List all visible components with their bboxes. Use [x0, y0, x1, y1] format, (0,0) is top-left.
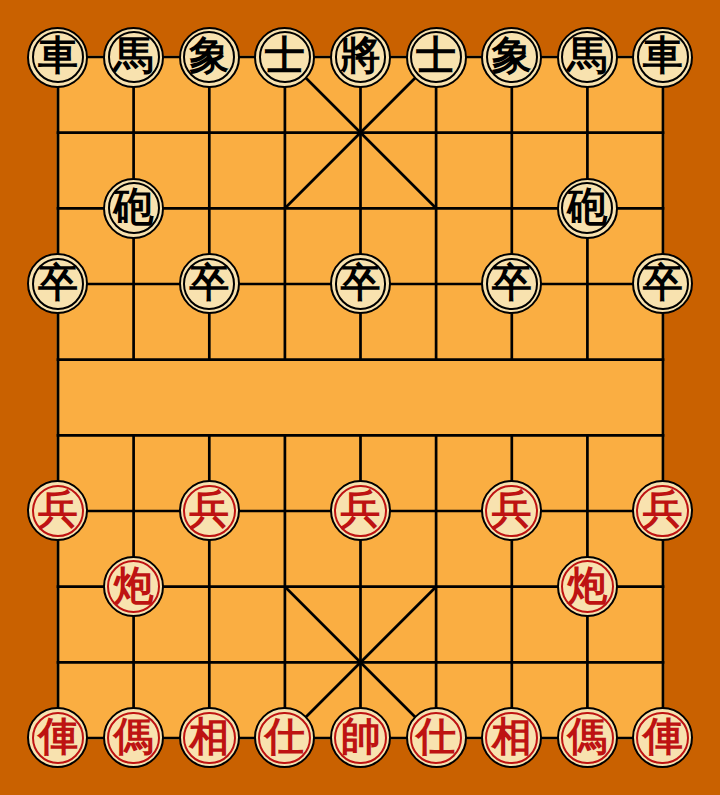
piece-black-general[interactable]: 將	[330, 27, 391, 88]
piece-black-cannon[interactable]: 砲	[103, 178, 164, 239]
piece-glyph: 卒	[189, 263, 229, 303]
piece-glyph: 兵	[189, 490, 229, 530]
piece-glyph: 兵	[38, 490, 78, 530]
piece-black-soldier[interactable]: 卒	[632, 253, 693, 314]
xiangqi-board[interactable]: 車馬象士將士象馬車砲砲卒卒卒卒卒兵兵兵兵兵炮炮俥傌相仕帥仕相傌俥	[0, 0, 720, 795]
piece-red-soldier[interactable]: 兵	[632, 480, 693, 541]
piece-black-advisor[interactable]: 士	[406, 27, 467, 88]
piece-red-advisor[interactable]: 仕	[406, 707, 467, 768]
piece-glyph: 馬	[567, 36, 607, 76]
piece-grid: 車馬象士將士象馬車砲砲卒卒卒卒卒兵兵兵兵兵炮炮俥傌相仕帥仕相傌俥	[20, 19, 701, 776]
piece-black-elephant[interactable]: 象	[481, 27, 542, 88]
piece-black-chariot[interactable]: 車	[27, 27, 88, 88]
piece-black-soldier[interactable]: 卒	[481, 253, 542, 314]
piece-red-horse[interactable]: 傌	[103, 707, 164, 768]
piece-glyph: 象	[189, 36, 229, 76]
piece-black-horse[interactable]: 馬	[557, 27, 618, 88]
piece-red-general[interactable]: 帥	[330, 707, 391, 768]
piece-glyph: 兵	[643, 490, 683, 530]
piece-red-cannon[interactable]: 炮	[103, 556, 164, 617]
piece-red-soldier[interactable]: 兵	[179, 480, 240, 541]
piece-glyph: 炮	[567, 566, 607, 606]
piece-glyph: 相	[492, 717, 532, 757]
piece-red-horse[interactable]: 傌	[557, 707, 618, 768]
piece-glyph: 傌	[567, 717, 607, 757]
piece-red-advisor[interactable]: 仕	[254, 707, 315, 768]
piece-glyph: 相	[189, 717, 229, 757]
piece-glyph: 帥	[340, 717, 380, 757]
piece-red-elephant[interactable]: 相	[481, 707, 542, 768]
piece-glyph: 車	[643, 36, 683, 76]
piece-glyph: 俥	[38, 717, 78, 757]
piece-red-elephant[interactable]: 相	[179, 707, 240, 768]
piece-glyph: 卒	[492, 263, 532, 303]
piece-glyph: 士	[265, 36, 305, 76]
piece-red-chariot[interactable]: 俥	[632, 707, 693, 768]
piece-glyph: 車	[38, 36, 78, 76]
piece-glyph: 兵	[492, 490, 532, 530]
piece-glyph: 卒	[340, 263, 380, 303]
piece-glyph: 傌	[114, 717, 154, 757]
piece-glyph: 士	[416, 36, 456, 76]
piece-black-soldier[interactable]: 卒	[179, 253, 240, 314]
piece-glyph: 仕	[416, 717, 456, 757]
piece-black-chariot[interactable]: 車	[632, 27, 693, 88]
piece-glyph: 象	[492, 36, 532, 76]
piece-red-chariot[interactable]: 俥	[27, 707, 88, 768]
piece-glyph: 砲	[567, 187, 607, 227]
piece-glyph: 兵	[340, 490, 380, 530]
piece-black-soldier[interactable]: 卒	[27, 253, 88, 314]
piece-black-horse[interactable]: 馬	[103, 27, 164, 88]
piece-black-soldier[interactable]: 卒	[330, 253, 391, 314]
piece-glyph: 炮	[114, 566, 154, 606]
piece-glyph: 馬	[114, 36, 154, 76]
piece-black-elephant[interactable]: 象	[179, 27, 240, 88]
piece-red-cannon[interactable]: 炮	[557, 556, 618, 617]
piece-glyph: 卒	[38, 263, 78, 303]
piece-black-cannon[interactable]: 砲	[557, 178, 618, 239]
piece-red-soldier[interactable]: 兵	[330, 480, 391, 541]
piece-glyph: 俥	[643, 717, 683, 757]
piece-glyph: 將	[340, 36, 380, 76]
piece-red-soldier[interactable]: 兵	[27, 480, 88, 541]
piece-black-advisor[interactable]: 士	[254, 27, 315, 88]
piece-glyph: 仕	[265, 717, 305, 757]
piece-glyph: 卒	[643, 263, 683, 303]
piece-red-soldier[interactable]: 兵	[481, 480, 542, 541]
piece-glyph: 砲	[114, 187, 154, 227]
